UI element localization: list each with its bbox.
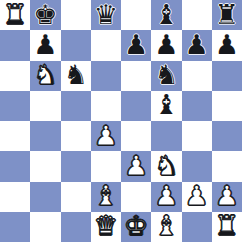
square-e4[interactable] — [121, 121, 151, 151]
black-king-piece[interactable]: ♚ — [33, 1, 57, 28]
square-e5[interactable] — [121, 91, 151, 121]
black-bishop-piece[interactable]: ♝ — [154, 91, 178, 118]
square-g4[interactable] — [182, 121, 212, 151]
square-g2[interactable]: ♟ — [182, 182, 212, 212]
square-c3[interactable] — [61, 151, 91, 181]
square-g5[interactable] — [182, 91, 212, 121]
square-d3[interactable] — [91, 151, 121, 181]
square-b1[interactable] — [30, 212, 60, 242]
square-d4[interactable]: ♟ — [91, 121, 121, 151]
square-g7[interactable]: ♟ — [182, 30, 212, 60]
square-a1[interactable] — [0, 212, 30, 242]
square-f2[interactable]: ♟ — [151, 182, 181, 212]
square-c5[interactable] — [61, 91, 91, 121]
square-a6[interactable] — [0, 61, 30, 91]
white-queen-piece[interactable]: ♛ — [94, 212, 118, 239]
square-d2[interactable]: ♝ — [91, 182, 121, 212]
white-rook-piece[interactable]: ♜ — [3, 1, 27, 28]
black-rook-piece[interactable]: ♜ — [215, 1, 239, 28]
black-pawn-piece[interactable]: ♟ — [185, 31, 209, 58]
square-f1[interactable]: ♝ — [151, 212, 181, 242]
square-d1[interactable]: ♛ — [91, 212, 121, 242]
square-d6[interactable] — [91, 61, 121, 91]
square-h6[interactable] — [212, 61, 242, 91]
black-pawn-piece[interactable]: ♟ — [33, 31, 57, 58]
square-h2[interactable]: ♟ — [212, 182, 242, 212]
square-a2[interactable] — [0, 182, 30, 212]
square-c1[interactable] — [61, 212, 91, 242]
square-b2[interactable] — [30, 182, 60, 212]
square-d5[interactable] — [91, 91, 121, 121]
square-h8[interactable]: ♜ — [212, 0, 242, 30]
chess-board: ♜♚♛♝♜♟♟♟♟♟♞♞♞♝♟♟♞♝♟♟♟♛♚♝♜ — [0, 0, 242, 242]
square-b6[interactable]: ♞ — [30, 61, 60, 91]
square-b4[interactable] — [30, 121, 60, 151]
square-e2[interactable] — [121, 182, 151, 212]
square-h7[interactable]: ♟ — [212, 30, 242, 60]
square-f7[interactable]: ♟ — [151, 30, 181, 60]
white-king-piece[interactable]: ♚ — [124, 212, 148, 239]
square-f5[interactable]: ♝ — [151, 91, 181, 121]
square-g3[interactable] — [182, 151, 212, 181]
square-b3[interactable] — [30, 151, 60, 181]
white-pawn-piece[interactable]: ♟ — [154, 182, 178, 209]
white-knight-piece[interactable]: ♞ — [154, 152, 178, 179]
square-g6[interactable] — [182, 61, 212, 91]
square-d8[interactable]: ♛ — [91, 0, 121, 30]
square-a4[interactable] — [0, 121, 30, 151]
square-h5[interactable] — [212, 91, 242, 121]
square-d7[interactable] — [91, 30, 121, 60]
square-e8[interactable] — [121, 0, 151, 30]
square-f4[interactable] — [151, 121, 181, 151]
white-pawn-piece[interactable]: ♟ — [94, 122, 118, 149]
square-b7[interactable]: ♟ — [30, 30, 60, 60]
square-a8[interactable]: ♜ — [0, 0, 30, 30]
white-pawn-piece[interactable]: ♟ — [215, 182, 239, 209]
white-knight-piece[interactable]: ♞ — [33, 61, 57, 88]
square-e6[interactable] — [121, 61, 151, 91]
square-e7[interactable]: ♟ — [121, 30, 151, 60]
square-c4[interactable] — [61, 121, 91, 151]
black-knight-piece[interactable]: ♞ — [154, 61, 178, 88]
white-rook-piece[interactable]: ♜ — [215, 212, 239, 239]
black-pawn-piece[interactable]: ♟ — [124, 31, 148, 58]
square-b5[interactable] — [30, 91, 60, 121]
white-pawn-piece[interactable]: ♟ — [124, 152, 148, 179]
square-f6[interactable]: ♞ — [151, 61, 181, 91]
square-c6[interactable]: ♞ — [61, 61, 91, 91]
black-bishop-piece[interactable]: ♝ — [154, 1, 178, 28]
square-h3[interactable] — [212, 151, 242, 181]
white-bishop-piece[interactable]: ♝ — [94, 182, 118, 209]
square-b8[interactable]: ♚ — [30, 0, 60, 30]
black-pawn-piece[interactable]: ♟ — [154, 31, 178, 58]
square-g8[interactable] — [182, 0, 212, 30]
black-knight-piece[interactable]: ♞ — [64, 61, 88, 88]
white-pawn-piece[interactable]: ♟ — [185, 182, 209, 209]
white-bishop-piece[interactable]: ♝ — [154, 212, 178, 239]
square-a3[interactable] — [0, 151, 30, 181]
square-a7[interactable] — [0, 30, 30, 60]
square-c2[interactable] — [61, 182, 91, 212]
square-h1[interactable]: ♜ — [212, 212, 242, 242]
square-f8[interactable]: ♝ — [151, 0, 181, 30]
square-h4[interactable] — [212, 121, 242, 151]
square-c8[interactable] — [61, 0, 91, 30]
square-e1[interactable]: ♚ — [121, 212, 151, 242]
square-c7[interactable] — [61, 30, 91, 60]
black-queen-piece[interactable]: ♛ — [94, 1, 118, 28]
black-pawn-piece[interactable]: ♟ — [215, 31, 239, 58]
square-g1[interactable] — [182, 212, 212, 242]
square-a5[interactable] — [0, 91, 30, 121]
square-f3[interactable]: ♞ — [151, 151, 181, 181]
square-e3[interactable]: ♟ — [121, 151, 151, 181]
